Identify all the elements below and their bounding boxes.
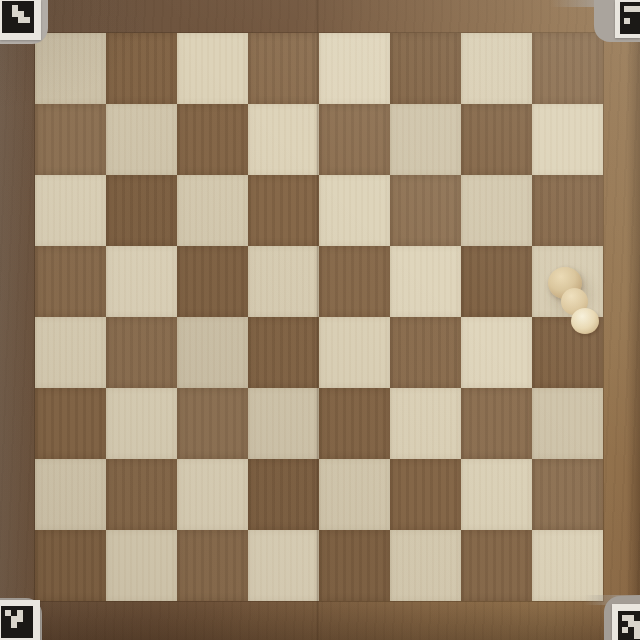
square-g5[interactable]: [461, 246, 532, 317]
square-h2[interactable]: [532, 459, 603, 530]
square-d7[interactable]: [248, 104, 319, 175]
white-pawn[interactable]: [532, 246, 603, 317]
square-c8[interactable]: [177, 33, 248, 104]
square-b1[interactable]: [106, 530, 177, 601]
square-g3[interactable]: [461, 388, 532, 459]
square-e2[interactable]: [319, 459, 390, 530]
square-a5[interactable]: [35, 246, 106, 317]
square-b5[interactable]: [106, 246, 177, 317]
board-fold-seam: [316, 0, 319, 640]
fiducial-marker-top-left-icon: [2, 1, 34, 33]
square-h6[interactable]: [532, 175, 603, 246]
square-a7[interactable]: [35, 104, 106, 175]
square-g2[interactable]: [461, 459, 532, 530]
square-f4[interactable]: [390, 317, 461, 388]
square-a3[interactable]: [35, 388, 106, 459]
pawn-head: [571, 308, 599, 334]
square-d5[interactable]: [248, 246, 319, 317]
square-e6[interactable]: [319, 175, 390, 246]
square-b3[interactable]: [106, 388, 177, 459]
square-f3[interactable]: [390, 388, 461, 459]
square-a6[interactable]: [35, 175, 106, 246]
square-d3[interactable]: [248, 388, 319, 459]
square-f1[interactable]: [390, 530, 461, 601]
square-g7[interactable]: [461, 104, 532, 175]
fiducial-marker-top-right-icon: [620, 2, 640, 34]
square-g4[interactable]: [461, 317, 532, 388]
square-h5[interactable]: [532, 246, 603, 317]
square-c3[interactable]: [177, 388, 248, 459]
square-c4[interactable]: [177, 317, 248, 388]
square-e7[interactable]: [319, 104, 390, 175]
square-h1[interactable]: [532, 530, 603, 601]
square-e8[interactable]: [319, 33, 390, 104]
square-h8[interactable]: [532, 33, 603, 104]
board-photo: [0, 0, 640, 640]
chessboard: [35, 33, 603, 601]
square-h7[interactable]: [532, 104, 603, 175]
square-e1[interactable]: [319, 530, 390, 601]
square-c5[interactable]: [177, 246, 248, 317]
marker-bit: [636, 24, 640, 30]
square-g1[interactable]: [461, 530, 532, 601]
square-b6[interactable]: [106, 175, 177, 246]
square-e3[interactable]: [319, 388, 390, 459]
frame-bottom-shade: [0, 598, 640, 640]
frame-left-shade: [0, 0, 36, 640]
square-f6[interactable]: [390, 175, 461, 246]
square-c1[interactable]: [177, 530, 248, 601]
fiducial-marker-bottom-right-icon: [618, 611, 640, 640]
square-g8[interactable]: [461, 33, 532, 104]
marker-bit: [23, 628, 29, 634]
square-c2[interactable]: [177, 459, 248, 530]
square-e5[interactable]: [319, 246, 390, 317]
marker-bit: [24, 23, 30, 29]
square-a1[interactable]: [35, 530, 106, 601]
square-g6[interactable]: [461, 175, 532, 246]
square-a4[interactable]: [35, 317, 106, 388]
square-d2[interactable]: [248, 459, 319, 530]
square-b8[interactable]: [106, 33, 177, 104]
square-f7[interactable]: [390, 104, 461, 175]
square-a2[interactable]: [35, 459, 106, 530]
frame-right-shade: [626, 0, 640, 640]
square-d8[interactable]: [248, 33, 319, 104]
square-f2[interactable]: [390, 459, 461, 530]
square-b4[interactable]: [106, 317, 177, 388]
square-e4[interactable]: [319, 317, 390, 388]
fiducial-marker-bottom-left-icon: [1, 606, 33, 638]
square-f5[interactable]: [390, 246, 461, 317]
square-d6[interactable]: [248, 175, 319, 246]
square-d1[interactable]: [248, 530, 319, 601]
square-c7[interactable]: [177, 104, 248, 175]
square-b2[interactable]: [106, 459, 177, 530]
square-h3[interactable]: [532, 388, 603, 459]
square-b7[interactable]: [106, 104, 177, 175]
square-a8[interactable]: [35, 33, 106, 104]
square-c6[interactable]: [177, 175, 248, 246]
square-d4[interactable]: [248, 317, 319, 388]
square-f8[interactable]: [390, 33, 461, 104]
